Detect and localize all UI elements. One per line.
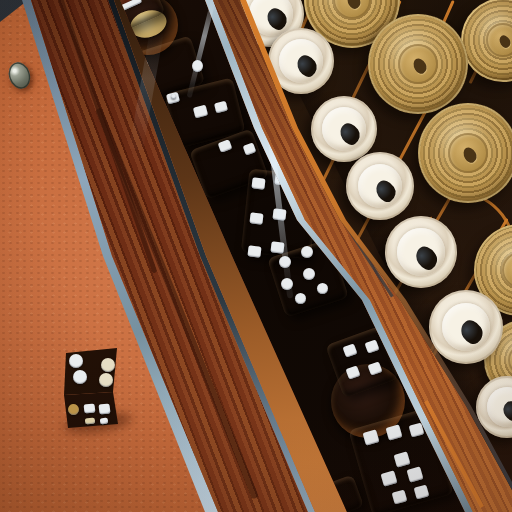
gold-checker-hub	[508, 344, 512, 376]
white-checker	[346, 152, 414, 220]
die-pip	[251, 177, 265, 189]
loose-die-front-pip	[98, 403, 110, 414]
die-pip	[249, 212, 263, 224]
loose-die-top-pip	[99, 373, 113, 387]
gold-checker-hub	[502, 252, 512, 289]
loose-die-front-pip	[85, 417, 96, 424]
die-pip	[192, 104, 207, 118]
white-checker	[429, 290, 503, 364]
white-checker	[311, 96, 377, 162]
die-pip	[171, 94, 176, 99]
loose-die-top-pip	[73, 370, 87, 384]
die-pip	[295, 293, 306, 304]
loose-die-top-pip	[101, 358, 115, 372]
loose-die-top-pip	[69, 354, 83, 368]
gold-checker	[368, 14, 468, 114]
backgammon-set-photo	[0, 0, 512, 512]
loose-die-front-pip	[67, 403, 79, 415]
die-pip	[303, 268, 315, 280]
die-pip	[317, 283, 328, 294]
gold-checker	[418, 103, 512, 203]
die-pip	[301, 246, 313, 258]
loose-die-front-pip	[83, 403, 95, 413]
die-pip	[247, 245, 261, 257]
loose-die-front-pip	[100, 418, 109, 425]
white-checker	[385, 216, 457, 288]
